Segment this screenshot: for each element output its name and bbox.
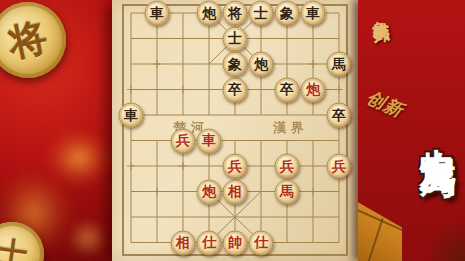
decor-piece-general-glyph: 将 bbox=[4, 11, 52, 69]
piece-glyph: 馬 bbox=[280, 185, 294, 199]
piece-glyph: 卒 bbox=[280, 83, 294, 97]
title-banner: 象棋大师 创新 中炮对屏风马 bbox=[358, 0, 465, 261]
left-decor-panel: 将 士 bbox=[0, 0, 112, 261]
river-label-han: 漢界 bbox=[273, 119, 309, 137]
piece-glyph: 兵 bbox=[176, 134, 190, 148]
gold-ornament bbox=[58, 210, 118, 261]
piece-炮-black[interactable]: 炮 bbox=[197, 1, 222, 26]
piece-glyph: 炮 bbox=[306, 83, 320, 97]
table-grid-line bbox=[356, 209, 412, 235]
banner-seal: 创新 bbox=[363, 85, 407, 122]
piece-glyph: 士 bbox=[228, 32, 242, 46]
piece-glyph: 馬 bbox=[332, 57, 346, 71]
piece-glyph: 炮 bbox=[202, 185, 216, 199]
piece-兵-red[interactable]: 兵 bbox=[275, 154, 300, 179]
piece-将-black[interactable]: 将 bbox=[223, 1, 248, 26]
decor-piece-general: 将 bbox=[0, 0, 73, 85]
piece-glyph: 仕 bbox=[202, 236, 216, 250]
decor-piece-advisor-glyph: 士 bbox=[0, 232, 30, 261]
piece-glyph: 兵 bbox=[332, 159, 346, 173]
piece-glyph: 車 bbox=[124, 108, 138, 122]
piece-車-black[interactable]: 車 bbox=[301, 1, 326, 26]
xiangqi-board[interactable]: 楚河 漢界 車炮将士象車士象炮馬卒卒炮車卒兵車兵兵兵炮相馬相仕帥仕 bbox=[112, 0, 358, 261]
table-corner-decor bbox=[358, 191, 402, 261]
piece-車-black[interactable]: 車 bbox=[145, 1, 170, 26]
piece-兵-red[interactable]: 兵 bbox=[171, 128, 196, 153]
piece-馬-red[interactable]: 馬 bbox=[275, 179, 300, 204]
piece-相-red[interactable]: 相 bbox=[171, 230, 196, 255]
piece-glyph: 卒 bbox=[332, 108, 346, 122]
piece-glyph: 炮 bbox=[254, 57, 268, 71]
banner-title: 中炮对屏风马 bbox=[410, 0, 464, 261]
piece-象-black[interactable]: 象 bbox=[223, 52, 248, 77]
piece-車-red[interactable]: 車 bbox=[197, 128, 222, 153]
piece-炮-black[interactable]: 炮 bbox=[249, 52, 274, 77]
piece-glyph: 相 bbox=[176, 236, 190, 250]
table-grid-line bbox=[366, 218, 383, 261]
piece-炮-red[interactable]: 炮 bbox=[301, 77, 326, 102]
piece-glyph: 車 bbox=[150, 6, 164, 20]
piece-相-red[interactable]: 相 bbox=[223, 179, 248, 204]
piece-帥-red[interactable]: 帥 bbox=[223, 230, 248, 255]
piece-仕-red[interactable]: 仕 bbox=[249, 230, 274, 255]
piece-卒-black[interactable]: 卒 bbox=[275, 77, 300, 102]
piece-馬-black[interactable]: 馬 bbox=[327, 52, 352, 77]
piece-glyph: 士 bbox=[254, 6, 268, 20]
piece-士-black[interactable]: 士 bbox=[249, 1, 274, 26]
piece-兵-red[interactable]: 兵 bbox=[223, 154, 248, 179]
piece-仕-red[interactable]: 仕 bbox=[197, 230, 222, 255]
piece-卒-black[interactable]: 卒 bbox=[327, 103, 352, 128]
piece-glyph: 象 bbox=[280, 6, 294, 20]
piece-象-black[interactable]: 象 bbox=[275, 1, 300, 26]
xiangqi-thumbnail: 将 士 楚河 漢界 車炮将士象車士象炮馬卒卒炮車卒兵車兵兵兵炮相馬相仕帥仕 bbox=[0, 0, 465, 261]
banner-subtitle: 象棋大师 bbox=[367, 6, 391, 17]
piece-glyph: 兵 bbox=[280, 159, 294, 173]
piece-glyph: 象 bbox=[228, 57, 242, 71]
piece-glyph: 卒 bbox=[228, 83, 242, 97]
piece-glyph: 将 bbox=[228, 6, 242, 20]
piece-炮-red[interactable]: 炮 bbox=[197, 179, 222, 204]
piece-glyph: 車 bbox=[306, 6, 320, 20]
piece-glyph: 炮 bbox=[202, 6, 216, 20]
piece-glyph: 仕 bbox=[254, 236, 268, 250]
piece-glyph: 帥 bbox=[228, 236, 242, 250]
piece-士-black[interactable]: 士 bbox=[223, 26, 248, 51]
piece-兵-red[interactable]: 兵 bbox=[327, 154, 352, 179]
piece-glyph: 兵 bbox=[228, 159, 242, 173]
piece-車-black[interactable]: 車 bbox=[119, 103, 144, 128]
piece-glyph: 車 bbox=[202, 134, 216, 148]
piece-glyph: 相 bbox=[228, 185, 242, 199]
piece-卒-black[interactable]: 卒 bbox=[223, 77, 248, 102]
